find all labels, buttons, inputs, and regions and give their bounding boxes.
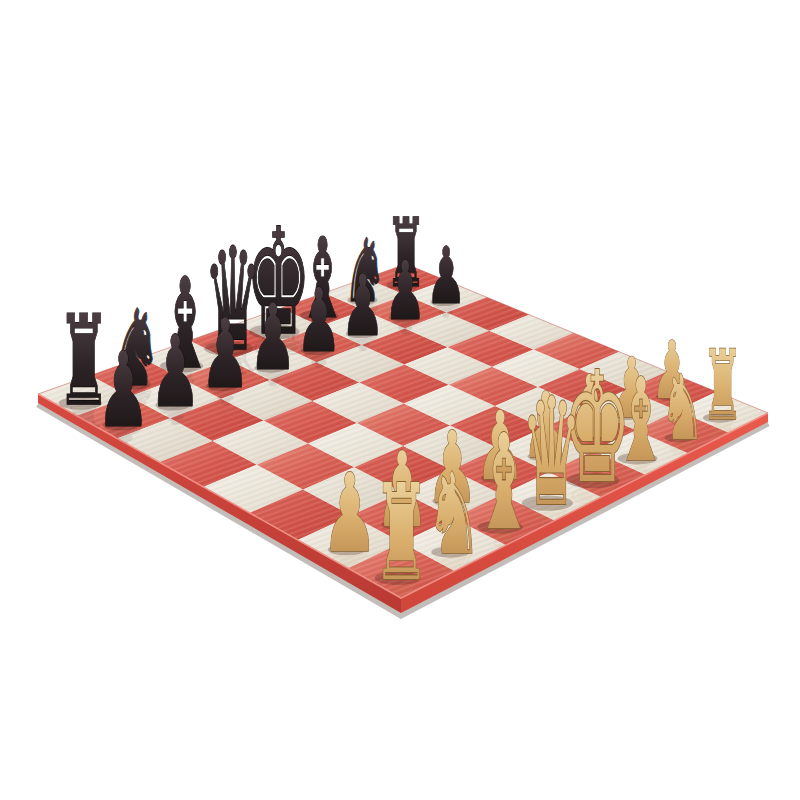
black-pawn-b7[interactable]: ♟ (150, 315, 202, 430)
black-pawn-h7[interactable]: ♟ (426, 230, 467, 322)
black-pawn-g7[interactable]: ♟ (384, 243, 426, 338)
white-knight-b1[interactable]: ♞ (426, 448, 482, 580)
white-rook-a1[interactable]: ♜ (373, 456, 430, 612)
white-bishop-c1[interactable]: ♝ (473, 406, 534, 559)
black-pawn-e7[interactable]: ♟ (296, 270, 342, 373)
chess-board: ♜♞♟♝♟♚♟♛♟♝♟♞♟♟♜♟♟♜♟♟♞♟♝♟♚♟♛♟♝♟♞♜♜♞♟♝♟♚♟♛… (0, 0, 800, 800)
white-pawn-a2[interactable]: ♟ (322, 450, 379, 576)
black-pawn-a7[interactable]: ♟ (97, 329, 151, 450)
black-pawn-d7[interactable]: ♟ (249, 285, 297, 391)
black-pawn-f7[interactable]: ♟ (341, 256, 385, 354)
white-rook-h1[interactable]: ♜ (702, 328, 744, 441)
black-pawn-c7[interactable]: ♟ (200, 299, 250, 409)
chessboard-product-photo: ♜♞♟♝♟♚♟♛♟♝♟♞♟♟♜♟♟♜♟♟♞♟♝♟♚♟♛♟♝♟♞♜♜♞♟♝♟♚♟♛… (0, 0, 800, 800)
